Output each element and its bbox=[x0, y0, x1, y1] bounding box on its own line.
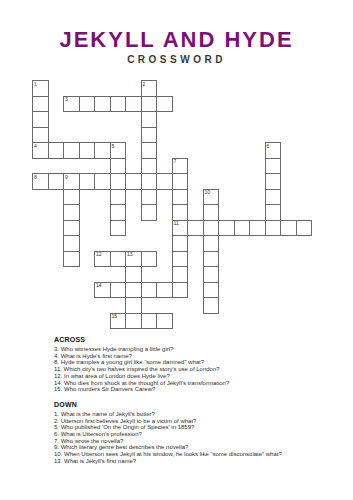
grid-cell[interactable]: 11 bbox=[172, 220, 189, 237]
grid-cell[interactable] bbox=[141, 127, 158, 144]
down-heading: DOWN bbox=[54, 401, 314, 409]
grid-cell[interactable] bbox=[203, 220, 220, 237]
down-clue-1: 1. What is the name of Jekyll's butler? bbox=[54, 411, 314, 418]
clue-number: 10 bbox=[205, 190, 211, 195]
clue-number: 15 bbox=[112, 314, 118, 319]
grid-cell[interactable] bbox=[172, 282, 189, 299]
clue-number: 1 bbox=[34, 82, 37, 87]
grid-cell[interactable] bbox=[63, 235, 80, 252]
grid-cell[interactable] bbox=[234, 220, 251, 237]
grid-cell[interactable] bbox=[172, 189, 189, 206]
clue-number: 5 bbox=[112, 144, 115, 149]
down-clue-13: 13. What is Jekyll's first name? bbox=[54, 458, 314, 465]
across-clue-11: 11. Which city's two halves inspired the… bbox=[54, 366, 314, 373]
grid-cell[interactable] bbox=[63, 251, 80, 268]
across-clue-12: 12. In what area of London does Hyde liv… bbox=[54, 373, 314, 380]
grid-cell[interactable] bbox=[156, 282, 173, 299]
grid-cell[interactable] bbox=[110, 189, 127, 206]
grid-cell[interactable] bbox=[265, 158, 282, 175]
grid-cell[interactable] bbox=[125, 313, 142, 330]
grid-cell[interactable] bbox=[125, 297, 142, 314]
grid-cell[interactable] bbox=[265, 204, 282, 221]
grid-cell[interactable] bbox=[48, 173, 65, 190]
grid-cell[interactable] bbox=[125, 282, 142, 299]
grid-cell[interactable] bbox=[249, 220, 266, 237]
across-clue-8: 8. Hyde tramples a young girl like “some… bbox=[54, 359, 314, 366]
down-clue-9: 9. Which literary genre best describes t… bbox=[54, 444, 314, 451]
grid-cell[interactable]: 7 bbox=[172, 158, 189, 175]
grid-cell[interactable] bbox=[296, 220, 313, 237]
grid-cell[interactable] bbox=[172, 173, 189, 190]
grid-cell[interactable]: 3 bbox=[63, 96, 80, 113]
grid-cell[interactable] bbox=[110, 282, 127, 299]
grid-cell[interactable] bbox=[141, 251, 158, 268]
grid-cell[interactable]: 14 bbox=[94, 282, 111, 299]
grid-cell[interactable] bbox=[265, 220, 282, 237]
grid-cell[interactable] bbox=[63, 189, 80, 206]
clue-number: 11 bbox=[174, 221, 179, 226]
grid-cell[interactable] bbox=[48, 142, 65, 159]
grid-cell[interactable] bbox=[172, 251, 189, 268]
grid-cell[interactable] bbox=[265, 189, 282, 206]
grid-cell[interactable] bbox=[141, 111, 158, 128]
grid-cell[interactable] bbox=[141, 282, 158, 299]
puzzle-title: JEKYLL AND HYDE bbox=[0, 29, 353, 51]
grid-cell[interactable] bbox=[141, 204, 158, 221]
grid-cell[interactable] bbox=[125, 96, 142, 113]
grid-cell[interactable] bbox=[32, 127, 49, 144]
across-clue-3: 3. Who witnesses Hyde trampling a little… bbox=[54, 346, 314, 353]
grid-cell[interactable] bbox=[110, 173, 127, 190]
grid-cell[interactable] bbox=[141, 158, 158, 175]
grid-cell[interactable]: 10 bbox=[203, 189, 220, 206]
clue-number: 7 bbox=[174, 159, 177, 164]
clue-number: 9 bbox=[65, 175, 68, 180]
grid-cell[interactable] bbox=[172, 204, 189, 221]
grid-cell[interactable] bbox=[110, 204, 127, 221]
grid-cell[interactable]: 15 bbox=[110, 313, 127, 330]
grid-cell[interactable] bbox=[79, 142, 96, 159]
grid-cell[interactable] bbox=[110, 96, 127, 113]
down-clue-list: 1. What is the name of Jekyll's butler?2… bbox=[54, 411, 314, 465]
grid-cell[interactable] bbox=[187, 220, 204, 237]
grid-cell[interactable] bbox=[203, 282, 220, 299]
across-clue-15: 15. Who murders Sir Danvers Carew? bbox=[54, 386, 314, 393]
grid-cell[interactable]: 12 bbox=[94, 251, 111, 268]
clue-number: 6 bbox=[267, 144, 270, 149]
grid-cell[interactable] bbox=[156, 313, 173, 330]
grid-cell[interactable] bbox=[203, 266, 220, 283]
grid-cell[interactable] bbox=[203, 204, 220, 221]
grid-cell[interactable] bbox=[94, 173, 111, 190]
grid-cell[interactable] bbox=[94, 142, 111, 159]
grid-cell[interactable] bbox=[110, 220, 127, 237]
grid-cell[interactable] bbox=[79, 96, 96, 113]
grid-cell[interactable] bbox=[32, 96, 49, 113]
clue-number: 3 bbox=[65, 97, 68, 102]
across-clue-4: 4. What is Hyde's first name? bbox=[54, 353, 314, 360]
clue-number: 8 bbox=[34, 175, 37, 180]
grid-cell[interactable] bbox=[63, 142, 80, 159]
grid-cell[interactable] bbox=[141, 142, 158, 159]
down-clue-5: 5. Who published 'On the Origin of Speci… bbox=[54, 424, 314, 431]
grid-cell[interactable]: 6 bbox=[265, 142, 282, 159]
puzzle-subtitle: CROSSWORD bbox=[0, 55, 353, 65]
grid-cell[interactable] bbox=[94, 96, 111, 113]
grid-cell[interactable] bbox=[265, 173, 282, 190]
across-heading: ACROSS bbox=[54, 336, 314, 344]
grid-cell[interactable]: 13 bbox=[125, 251, 142, 268]
across-clue-list: 3. Who witnesses Hyde trampling a little… bbox=[54, 346, 314, 393]
grid-cell[interactable] bbox=[280, 220, 297, 237]
grid-cell[interactable]: 1 bbox=[32, 80, 49, 97]
clues-section: ACROSS 3. Who witnesses Hyde trampling a… bbox=[54, 336, 314, 465]
grid-cell[interactable] bbox=[125, 173, 142, 190]
grid-cell[interactable] bbox=[141, 189, 158, 206]
grid-cell[interactable] bbox=[172, 266, 189, 283]
grid-cell[interactable] bbox=[156, 96, 173, 113]
grid-cell[interactable] bbox=[125, 266, 142, 283]
grid-cell[interactable] bbox=[203, 251, 220, 268]
grid-cell[interactable] bbox=[141, 313, 158, 330]
grid-cell[interactable]: 8 bbox=[32, 173, 49, 190]
grid-cell[interactable] bbox=[141, 173, 158, 190]
grid-cell[interactable]: 2 bbox=[141, 80, 158, 97]
down-clue-2: 2. Utterson first believes Jekyll to be … bbox=[54, 418, 314, 425]
grid-cell[interactable]: 9 bbox=[63, 173, 80, 190]
clue-number: 13 bbox=[127, 252, 133, 257]
grid-cell[interactable] bbox=[110, 158, 127, 175]
grid-cell[interactable] bbox=[156, 173, 173, 190]
down-clue-7: 7. Who wrote the novella? bbox=[54, 438, 314, 445]
grid-cell[interactable] bbox=[203, 235, 220, 252]
grid-cell[interactable] bbox=[141, 96, 158, 113]
grid-cell[interactable] bbox=[79, 173, 96, 190]
across-clue-14: 14. Who dies from shock at the thought o… bbox=[54, 380, 314, 387]
down-clue-6: 6. What is Utterson's profession? bbox=[54, 431, 314, 438]
grid-cell[interactable] bbox=[110, 251, 127, 268]
grid-cell[interactable] bbox=[63, 204, 80, 221]
clue-number: 12 bbox=[96, 252, 102, 257]
clue-number: 2 bbox=[143, 82, 146, 87]
grid-cell[interactable] bbox=[32, 111, 49, 128]
clue-number: 4 bbox=[34, 144, 37, 149]
grid-cell[interactable] bbox=[63, 220, 80, 237]
grid-cell[interactable] bbox=[172, 235, 189, 252]
crossword-grid: 123456789101112131415 bbox=[32, 80, 313, 329]
grid-cell[interactable] bbox=[203, 297, 220, 314]
clue-number: 14 bbox=[96, 283, 102, 288]
grid-cell[interactable]: 5 bbox=[110, 142, 127, 159]
grid-cell[interactable] bbox=[218, 220, 235, 237]
grid-cell[interactable]: 4 bbox=[32, 142, 49, 159]
down-clue-10: 10. When Utterson sees Jekyll at his win… bbox=[54, 451, 314, 458]
